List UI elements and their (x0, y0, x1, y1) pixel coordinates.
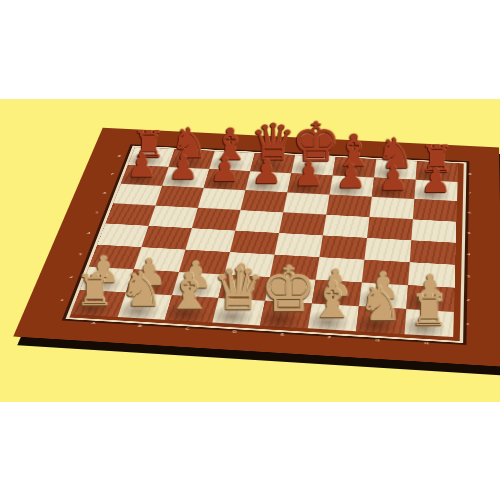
square-e1[interactable]: ♚ (260, 301, 312, 329)
rank-label-5: 5 (467, 232, 471, 235)
square-h4[interactable] (410, 240, 456, 264)
square-b7[interactable]: ♟ (162, 167, 209, 188)
rank-label-7: 7 (110, 173, 114, 175)
chess-board-frame: ♜♞♝♛♚♝♞♜♟♟♟♟♟♟♟♟♟♟♟♟♟♟♟♟♜♞♝♛♚♝♞♜ ABCDEFG… (13, 128, 500, 367)
square-f5[interactable] (323, 215, 370, 238)
square-b5[interactable] (149, 205, 198, 228)
square-f6[interactable] (326, 195, 372, 217)
square-b6[interactable] (156, 186, 204, 208)
piece-white-knight-b1[interactable]: ♞ (118, 260, 166, 318)
piece-white-rook-h1[interactable]: ♜ (405, 284, 454, 335)
piece-white-queen-d1[interactable]: ♛ (212, 255, 260, 324)
square-c4[interactable] (186, 228, 236, 252)
square-e5[interactable] (279, 212, 326, 235)
file-label-c: C (185, 327, 190, 330)
square-a4[interactable] (97, 223, 148, 247)
piece-white-rook-a1[interactable]: ♜ (71, 265, 119, 315)
square-g7[interactable]: ♟ (372, 178, 416, 199)
piece-white-king-e1[interactable]: ♚ (260, 252, 308, 326)
square-h1[interactable]: ♜ (404, 309, 453, 337)
piece-black-pawn-a7[interactable]: ♟ (121, 146, 163, 184)
rank-label-6: 6 (468, 211, 471, 214)
square-g5[interactable] (367, 217, 413, 240)
file-label-a: A (91, 321, 96, 324)
square-a6[interactable] (113, 184, 162, 206)
square-f7[interactable]: ♟ (329, 175, 374, 196)
square-h6[interactable] (413, 199, 457, 222)
file-label-f: F (328, 336, 332, 339)
piece-black-pawn-c7[interactable]: ♟ (204, 150, 246, 188)
piece-black-pawn-g7[interactable]: ♟ (372, 159, 414, 198)
square-d7[interactable]: ♟ (245, 171, 291, 192)
file-label-d: D (232, 330, 237, 333)
rank-label-4: 4 (87, 232, 91, 235)
file-label-g: G (375, 338, 380, 341)
rank-label-6: 6 (103, 192, 107, 195)
piece-black-pawn-b7[interactable]: ♟ (162, 148, 204, 186)
rank-label-7: 7 (468, 191, 471, 194)
square-h7[interactable]: ♟ (414, 180, 457, 202)
chess-grid: ♜♞♝♛♚♝♞♜♟♟♟♟♟♟♟♟♟♟♟♟♟♟♟♟♜♞♝♛♚♝♞♜ (71, 147, 458, 337)
square-g1[interactable]: ♞ (356, 306, 406, 334)
square-b4[interactable] (141, 226, 191, 250)
square-c5[interactable] (192, 208, 241, 231)
square-a5[interactable] (106, 203, 156, 226)
rank-label-8: 8 (468, 173, 471, 175)
piece-black-pawn-d7[interactable]: ♟ (245, 153, 287, 191)
square-g6[interactable] (369, 197, 414, 219)
piece-black-pawn-h7[interactable]: ♟ (414, 161, 457, 200)
square-c6[interactable] (198, 188, 246, 210)
photo-stage: ♜♞♝♛♚♝♞♜♟♟♟♟♟♟♟♟♟♟♟♟♟♟♟♟♜♞♝♛♚♝♞♜ ABCDEFG… (0, 0, 500, 500)
square-c7[interactable]: ♟ (204, 169, 250, 190)
rank-label-5: 5 (95, 211, 99, 214)
board-scene: ♜♞♝♛♚♝♞♜♟♟♟♟♟♟♟♟♟♟♟♟♟♟♟♟♜♞♝♛♚♝♞♜ ABCDEFG… (0, 0, 500, 500)
piece-black-pawn-e7[interactable]: ♟ (287, 155, 329, 193)
square-e7[interactable]: ♟ (287, 173, 332, 194)
square-h5[interactable] (411, 219, 456, 242)
square-d1[interactable]: ♛ (212, 298, 265, 325)
rank-label-1: 1 (466, 323, 470, 326)
playing-area: ♜♞♝♛♚♝♞♜♟♟♟♟♟♟♟♟♟♟♟♟♟♟♟♟♜♞♝♛♚♝♞♜ (66, 146, 467, 343)
square-d5[interactable] (235, 210, 283, 233)
piece-white-bishop-f1[interactable]: ♝ (308, 269, 356, 329)
file-label-h: H (424, 341, 429, 344)
piece-white-bishop-c1[interactable]: ♝ (165, 261, 213, 321)
square-c1[interactable]: ♝ (165, 295, 219, 322)
rank-label-3: 3 (467, 275, 471, 278)
square-f1[interactable]: ♝ (308, 304, 359, 332)
piece-white-knight-g1[interactable]: ♞ (356, 274, 404, 332)
file-label-e: E (280, 333, 284, 336)
rank-label-2: 2 (466, 298, 470, 301)
file-label-b: B (138, 324, 143, 327)
square-g4[interactable] (364, 238, 411, 262)
square-d6[interactable] (240, 190, 287, 212)
rank-label-4: 4 (467, 253, 471, 256)
square-f4[interactable] (319, 235, 367, 259)
piece-black-pawn-f7[interactable]: ♟ (330, 157, 372, 195)
rank-label-1: 1 (60, 298, 65, 301)
square-e6[interactable] (283, 192, 329, 214)
